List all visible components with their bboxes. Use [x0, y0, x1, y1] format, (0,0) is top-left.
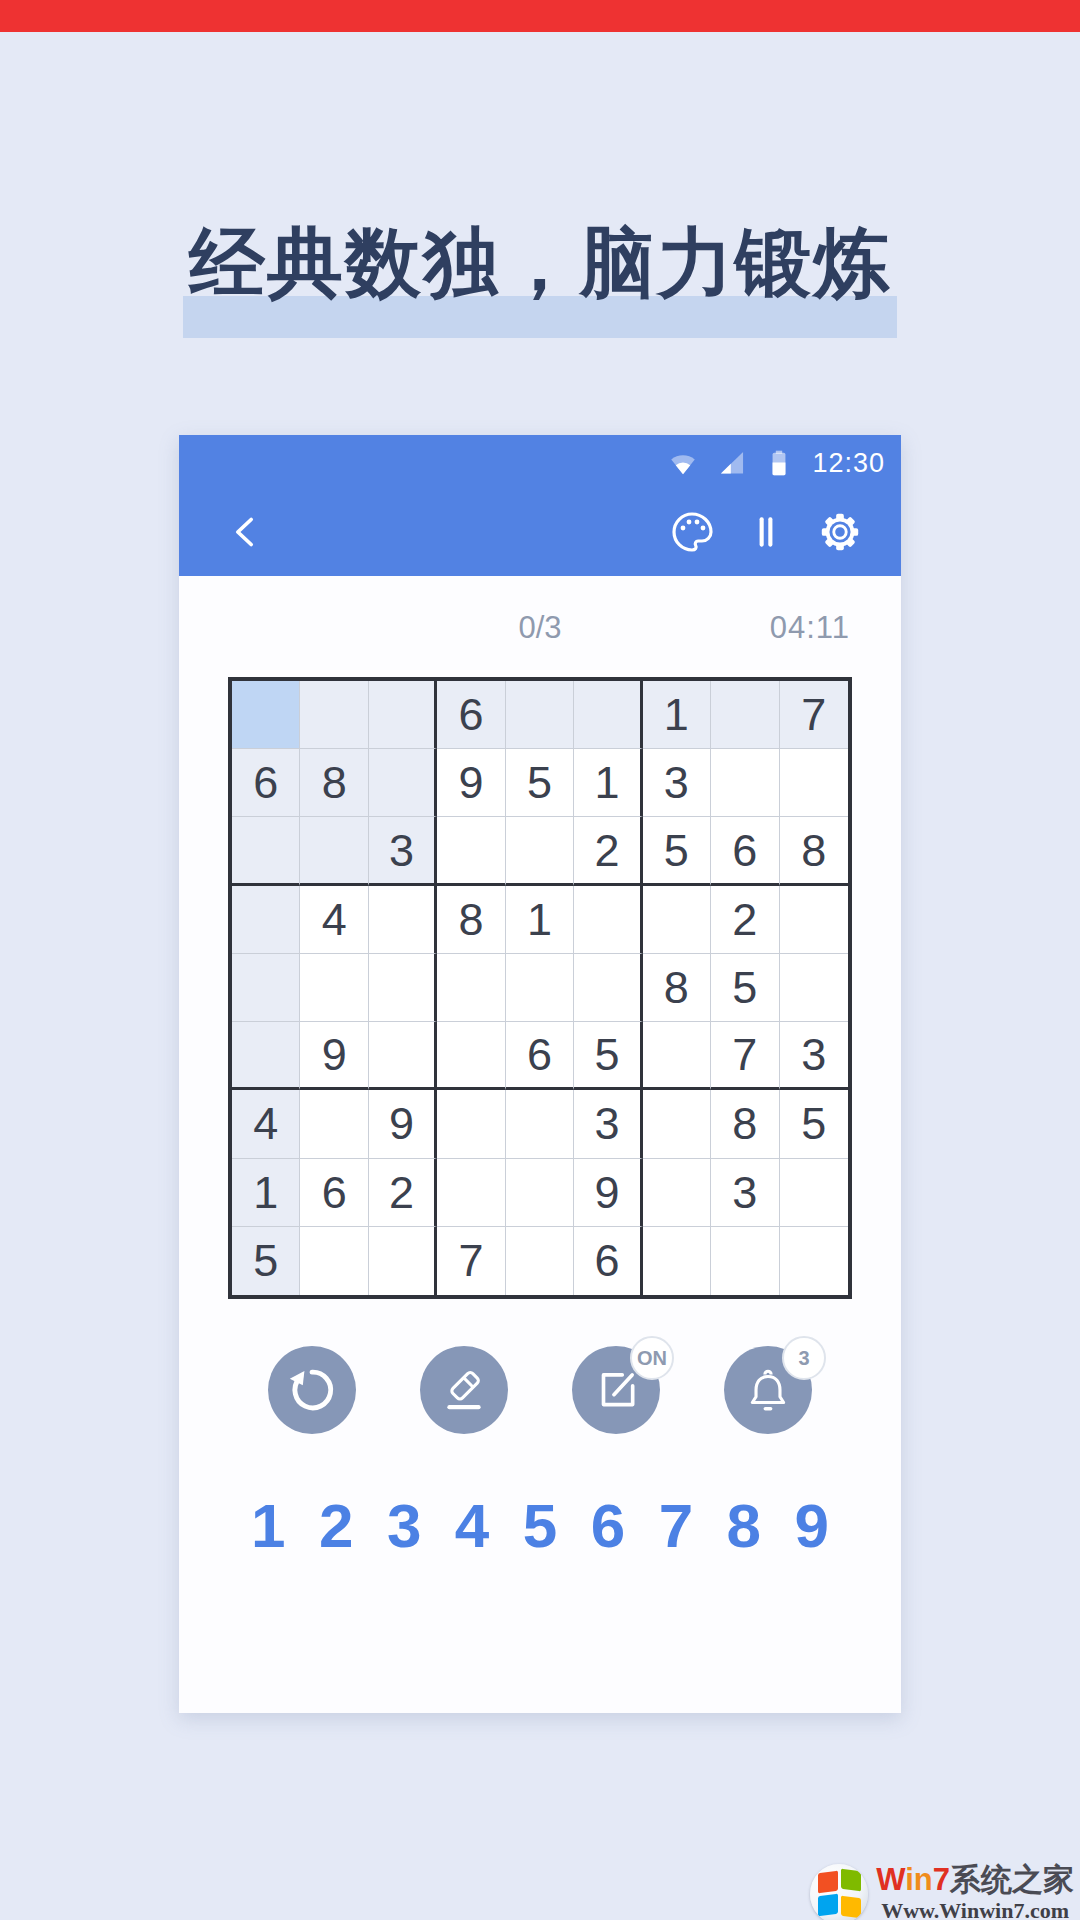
screenshot-root: 经典数独，脑力锻炼	[0, 0, 1080, 1920]
keypad-digit-9[interactable]: 9	[795, 1493, 829, 1559]
sudoku-cell-r8c5[interactable]	[506, 1159, 574, 1227]
keypad-digit-4[interactable]: 4	[455, 1493, 489, 1559]
sudoku-cell-r9c9[interactable]	[780, 1227, 848, 1295]
sudoku-cell-r5c6[interactable]	[574, 954, 642, 1022]
sudoku-cell-r3c2[interactable]	[300, 817, 368, 885]
sudoku-cell-r5c2[interactable]	[300, 954, 368, 1022]
sudoku-cell-r5c5[interactable]	[506, 954, 574, 1022]
sudoku-cell-r6c6[interactable]: 5	[574, 1022, 642, 1090]
status-time: 12:30	[812, 448, 885, 479]
sudoku-cell-r4c6[interactable]	[574, 886, 642, 954]
keypad-digit-6[interactable]: 6	[591, 1493, 625, 1559]
sudoku-cell-r4c5[interactable]: 1	[506, 886, 574, 954]
sudoku-cell-r6c2[interactable]: 9	[300, 1022, 368, 1090]
sudoku-cell-r3c3[interactable]: 3	[369, 817, 437, 885]
sudoku-cell-r2c7[interactable]: 3	[643, 749, 711, 817]
sudoku-cell-r1c5[interactable]	[506, 681, 574, 749]
sudoku-cell-r2c2[interactable]: 8	[300, 749, 368, 817]
top-red-bar	[0, 0, 1080, 32]
sudoku-cell-r7c8[interactable]: 8	[711, 1090, 779, 1158]
eraser-icon	[439, 1365, 489, 1415]
sudoku-cell-r5c7[interactable]: 8	[643, 954, 711, 1022]
keypad-digit-2[interactable]: 2	[319, 1493, 353, 1559]
sudoku-cell-r2c5[interactable]: 5	[506, 749, 574, 817]
keypad-digit-8[interactable]: 8	[727, 1493, 761, 1559]
sudoku-cell-r7c6[interactable]: 3	[574, 1090, 642, 1158]
sudoku-cell-r6c5[interactable]: 6	[506, 1022, 574, 1090]
sudoku-cell-r1c4[interactable]: 6	[437, 681, 505, 749]
keypad-digit-5[interactable]: 5	[523, 1493, 557, 1559]
sudoku-cell-r6c8[interactable]: 7	[711, 1022, 779, 1090]
sudoku-cell-r1c3[interactable]	[369, 681, 437, 749]
sudoku-cell-r9c7[interactable]	[643, 1227, 711, 1295]
action-buttons-row: ON 3	[179, 1346, 901, 1434]
pencil-square-icon	[591, 1365, 641, 1415]
sudoku-cell-r5c1[interactable]	[232, 954, 300, 1022]
sudoku-cell-r6c1[interactable]	[232, 1022, 300, 1090]
sudoku-cell-r9c8[interactable]	[711, 1227, 779, 1295]
sudoku-cell-r3c9[interactable]: 8	[780, 817, 848, 885]
sudoku-cell-r4c3[interactable]	[369, 886, 437, 954]
sudoku-cell-r7c3[interactable]: 9	[369, 1090, 437, 1158]
game-timer: 04:11	[770, 605, 850, 651]
sudoku-cell-r3c8[interactable]: 6	[711, 817, 779, 885]
sudoku-board: 61768951332568481285965734938516293576	[228, 677, 852, 1299]
sudoku-cell-r5c4[interactable]	[437, 954, 505, 1022]
sudoku-cell-r7c5[interactable]	[506, 1090, 574, 1158]
game-status-bar: 0/3 04:11	[228, 605, 852, 651]
palette-icon	[668, 508, 716, 556]
sudoku-cell-r8c3[interactable]: 2	[369, 1159, 437, 1227]
sudoku-cell-r8c7[interactable]	[643, 1159, 711, 1227]
hero-title-block: 经典数独，脑力锻炼	[0, 213, 1080, 338]
pause-button[interactable]	[741, 507, 791, 557]
sudoku-cell-r1c1[interactable]	[232, 681, 300, 749]
sudoku-cell-r3c1[interactable]	[232, 817, 300, 885]
sudoku-cell-r7c4[interactable]	[437, 1090, 505, 1158]
nav-bar	[179, 497, 901, 567]
sudoku-cell-r6c9[interactable]: 3	[780, 1022, 848, 1090]
app-header: 12:30	[179, 435, 901, 576]
sudoku-cell-r2c1[interactable]: 6	[232, 749, 300, 817]
keypad-digit-1[interactable]: 1	[251, 1493, 285, 1559]
notes-button[interactable]: ON	[572, 1346, 660, 1434]
settings-gear-icon	[817, 509, 863, 555]
sudoku-cell-r7c9[interactable]: 5	[780, 1090, 848, 1158]
sudoku-cell-r5c9[interactable]	[780, 954, 848, 1022]
sudoku-cell-r3c6[interactable]: 2	[574, 817, 642, 885]
sudoku-cell-r8c2[interactable]: 6	[300, 1159, 368, 1227]
sudoku-cell-r1c9[interactable]: 7	[780, 681, 848, 749]
settings-button[interactable]	[815, 507, 865, 557]
page-title: 经典数独，脑力锻炼	[189, 213, 891, 316]
sudoku-cell-r1c7[interactable]: 1	[643, 681, 711, 749]
sudoku-cell-r4c2[interactable]: 4	[300, 886, 368, 954]
sudoku-cell-r8c1[interactable]: 1	[232, 1159, 300, 1227]
notes-on-badge: ON	[630, 1336, 674, 1380]
sudoku-cell-r4c1[interactable]	[232, 886, 300, 954]
sudoku-cell-r4c7[interactable]	[643, 886, 711, 954]
cell-signal-icon	[718, 449, 746, 477]
sudoku-cell-r9c1[interactable]: 5	[232, 1227, 300, 1295]
sudoku-cell-r8c6[interactable]: 9	[574, 1159, 642, 1227]
sudoku-cell-r4c8[interactable]: 2	[711, 886, 779, 954]
sudoku-cell-r9c6[interactable]: 6	[574, 1227, 642, 1295]
sudoku-cell-r9c4[interactable]: 7	[437, 1227, 505, 1295]
sudoku-cell-r2c4[interactable]: 9	[437, 749, 505, 817]
sudoku-cell-r3c4[interactable]	[437, 817, 505, 885]
bell-icon	[743, 1365, 793, 1415]
sudoku-cell-r9c2[interactable]	[300, 1227, 368, 1295]
watermark: Win7系统之家 Www.Winwin7.com	[810, 1864, 1074, 1920]
sudoku-cell-r8c8[interactable]: 3	[711, 1159, 779, 1227]
sudoku-cell-r4c9[interactable]	[780, 886, 848, 954]
sudoku-cell-r8c4[interactable]	[437, 1159, 505, 1227]
sudoku-cell-r6c3[interactable]	[369, 1022, 437, 1090]
mistakes-counter: 0/3	[228, 605, 852, 651]
sudoku-cell-r5c3[interactable]	[369, 954, 437, 1022]
sudoku-cell-r1c6[interactable]	[574, 681, 642, 749]
windows-logo-icon	[810, 1864, 868, 1920]
sudoku-cell-r2c6[interactable]: 1	[574, 749, 642, 817]
battery-icon	[766, 448, 792, 478]
watermark-url: Www.Winwin7.com	[881, 1898, 1069, 1920]
sudoku-cell-r6c7[interactable]	[643, 1022, 711, 1090]
sudoku-cell-r9c3[interactable]	[369, 1227, 437, 1295]
sudoku-cell-r1c8[interactable]	[711, 681, 779, 749]
pause-icon	[744, 510, 788, 554]
hints-button[interactable]: 3	[724, 1346, 812, 1434]
keypad-digit-7[interactable]: 7	[659, 1493, 693, 1559]
sudoku-cell-r6c4[interactable]	[437, 1022, 505, 1090]
sudoku-cell-r1c2[interactable]	[300, 681, 368, 749]
back-button[interactable]	[223, 508, 271, 556]
sudoku-cell-r2c9[interactable]	[780, 749, 848, 817]
sudoku-cell-r2c8[interactable]	[711, 749, 779, 817]
sudoku-cell-r9c5[interactable]	[506, 1227, 574, 1295]
sudoku-cell-r4c4[interactable]: 8	[437, 886, 505, 954]
phone-mockup: 12:30	[179, 435, 901, 1713]
hints-count-badge: 3	[782, 1336, 826, 1380]
sudoku-cell-r2c3[interactable]	[369, 749, 437, 817]
number-keypad: 123456789	[179, 1493, 901, 1559]
sudoku-cell-r7c2[interactable]	[300, 1090, 368, 1158]
watermark-site-name: Win7系统之家	[876, 1864, 1074, 1897]
sudoku-cell-r5c8[interactable]: 5	[711, 954, 779, 1022]
sudoku-cell-r7c1[interactable]: 4	[232, 1090, 300, 1158]
wifi-icon	[668, 448, 698, 478]
sudoku-cell-r8c9[interactable]	[780, 1159, 848, 1227]
eraser-button[interactable]	[420, 1346, 508, 1434]
undo-arrow-icon	[286, 1364, 338, 1416]
sudoku-cell-r3c5[interactable]	[506, 817, 574, 885]
back-arrow-icon	[227, 510, 267, 554]
keypad-digit-3[interactable]: 3	[387, 1493, 421, 1559]
sudoku-cell-r3c7[interactable]: 5	[643, 817, 711, 885]
theme-palette-button[interactable]	[667, 507, 717, 557]
sudoku-cell-r7c7[interactable]	[643, 1090, 711, 1158]
undo-button[interactable]	[268, 1346, 356, 1434]
status-bar: 12:30	[668, 446, 885, 480]
